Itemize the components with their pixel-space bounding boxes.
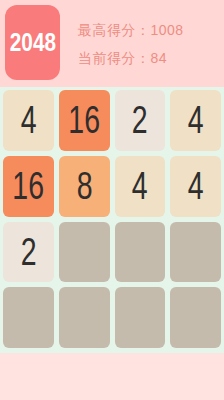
empty-cell-r4c1: [3, 287, 54, 348]
tile-2-r1c3: 2: [115, 90, 166, 151]
tile-value: 4: [132, 167, 148, 205]
tile-value: 16: [13, 167, 45, 205]
footer-area: [0, 353, 224, 400]
current-score: 当前得分：84: [78, 50, 184, 66]
tile-value: 16: [68, 101, 100, 139]
score-panel: 最高得分：1008 当前得分：84: [78, 0, 184, 87]
empty-cell-r4c3: [115, 287, 166, 348]
empty-cell-r3c4: [170, 222, 221, 283]
tile-value: 4: [188, 167, 204, 205]
app-root: 2048 最高得分：1008 当前得分：84 41624168442: [0, 0, 224, 400]
empty-cell-r4c4: [170, 287, 221, 348]
tile-value: 2: [132, 101, 148, 139]
tile-4-r1c1: 4: [3, 90, 54, 151]
game-board[interactable]: 41624168442: [0, 87, 224, 353]
tile-16-r2c1: 16: [3, 156, 54, 217]
empty-cell-r3c2: [59, 222, 110, 283]
tile-value: 2: [20, 233, 36, 271]
tile-value: 8: [76, 167, 92, 205]
current-score-label: 当前得分：: [78, 50, 151, 66]
empty-cell-r4c2: [59, 287, 110, 348]
tile-4-r2c4: 4: [170, 156, 221, 217]
tile-4-r2c3: 4: [115, 156, 166, 217]
logo-badge: 2048: [5, 5, 60, 80]
tile-2-r3c1: 2: [3, 222, 54, 283]
tile-value: 4: [188, 101, 204, 139]
best-score: 最高得分：1008: [78, 22, 184, 38]
best-score-label: 最高得分：: [78, 22, 151, 38]
tile-8-r2c2: 8: [59, 156, 110, 217]
tile-16-r1c2: 16: [59, 90, 110, 151]
header: 2048 最高得分：1008 当前得分：84: [0, 0, 224, 87]
tile-4-r1c4: 4: [170, 90, 221, 151]
empty-cell-r3c3: [115, 222, 166, 283]
current-score-value: 84: [151, 50, 168, 66]
best-score-value: 1008: [151, 22, 184, 38]
tile-value: 4: [20, 101, 36, 139]
logo-text: 2048: [9, 27, 55, 58]
